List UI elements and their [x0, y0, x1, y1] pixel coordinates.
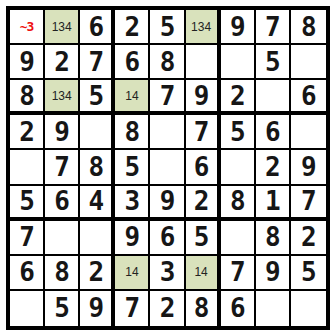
cell-r1c1[interactable]: ~3 — [10, 10, 45, 45]
given-digit: 9 — [230, 14, 245, 40]
cell-r9c6[interactable]: 8 — [186, 291, 221, 326]
given-digit: 2 — [54, 49, 69, 75]
given-digit: 8 — [19, 83, 34, 109]
cell-r4c2[interactable]: 9 — [45, 115, 80, 150]
cell-r7c9[interactable]: 2 — [291, 221, 326, 256]
given-digit: 6 — [230, 295, 245, 321]
given-digit: 7 — [160, 83, 175, 109]
given-digit: 8 — [301, 14, 316, 40]
given-digit: 1 — [265, 188, 280, 214]
given-digit: 6 — [301, 83, 316, 109]
cell-r2c6[interactable] — [186, 45, 221, 80]
candidate-digits: 14 — [125, 90, 138, 102]
given-digit: 6 — [125, 49, 140, 75]
cell-r4c8[interactable]: 6 — [256, 115, 291, 150]
cell-r9c2[interactable]: 5 — [45, 291, 80, 326]
given-digit: 6 — [265, 119, 280, 145]
given-digit: 7 — [19, 224, 34, 250]
candidate-digits: 134 — [191, 21, 211, 33]
given-digit: 9 — [54, 119, 69, 145]
cell-r7c7[interactable] — [221, 221, 256, 256]
cell-r3c7[interactable]: 2 — [221, 80, 256, 115]
cell-r7c2[interactable] — [45, 221, 80, 256]
given-digit: 8 — [125, 119, 140, 145]
cell-r6c2[interactable]: 6 — [45, 186, 80, 221]
given-digit: 9 — [160, 188, 175, 214]
given-digit: 5 — [88, 83, 103, 109]
cell-r7c3[interactable] — [80, 221, 115, 256]
cell-r6c4[interactable]: 3 — [115, 186, 150, 221]
given-digit: 2 — [301, 224, 316, 250]
given-digit: 5 — [160, 14, 175, 40]
cell-r9c4[interactable]: 7 — [115, 291, 150, 326]
given-digit: 3 — [125, 188, 140, 214]
cell-r4c6[interactable]: 7 — [186, 115, 221, 150]
given-digit: 7 — [88, 49, 103, 75]
cell-r6c6[interactable]: 2 — [186, 186, 221, 221]
given-digit: 5 — [230, 119, 245, 145]
cell-r6c3[interactable]: 4 — [80, 186, 115, 221]
cell-r5c6[interactable]: 6 — [186, 150, 221, 185]
given-digit: 8 — [88, 154, 103, 180]
cell-r5c3[interactable]: 8 — [80, 150, 115, 185]
cell-r2c9[interactable] — [291, 45, 326, 80]
cell-r1c9[interactable]: 8 — [291, 10, 326, 45]
cell-r6c5[interactable]: 9 — [150, 186, 185, 221]
cell-r3c8[interactable] — [256, 80, 291, 115]
cell-r4c4[interactable]: 8 — [115, 115, 150, 150]
cell-r2c4[interactable]: 6 — [115, 45, 150, 80]
given-digit: 6 — [54, 188, 69, 214]
cell-r8c5[interactable]: 3 — [150, 256, 185, 291]
given-digit: 4 — [88, 188, 103, 214]
cell-r6c9[interactable]: 7 — [291, 186, 326, 221]
cell-r8c3[interactable]: 2 — [80, 256, 115, 291]
given-digit: 7 — [194, 119, 209, 145]
given-digit: 2 — [265, 154, 280, 180]
cell-r2c8[interactable]: 5 — [256, 45, 291, 80]
given-digit: 2 — [19, 119, 34, 145]
given-digit: 9 — [265, 259, 280, 285]
cell-r3c6[interactable]: 9 — [186, 80, 221, 115]
sudoku-page: ~313462513497892768581345147926298756785… — [0, 0, 336, 336]
given-digit: 9 — [125, 224, 140, 250]
cell-r8c6[interactable]: 14 — [186, 256, 221, 291]
cell-r9c8[interactable] — [256, 291, 291, 326]
candidate-digits: 134 — [52, 21, 72, 33]
given-digit: 7 — [301, 188, 316, 214]
given-digit: 8 — [230, 188, 245, 214]
given-digit: 5 — [301, 259, 316, 285]
given-digit: 5 — [54, 295, 69, 321]
given-digit: 6 — [160, 224, 175, 250]
cell-r8c8[interactable]: 9 — [256, 256, 291, 291]
given-digit: 7 — [265, 14, 280, 40]
given-digit: 8 — [194, 295, 209, 321]
cell-r3c3[interactable]: 5 — [80, 80, 115, 115]
cell-r8c4[interactable]: 14 — [115, 256, 150, 291]
cell-r8c1[interactable]: 6 — [10, 256, 45, 291]
given-digit: 9 — [88, 295, 103, 321]
cell-r2c5[interactable]: 8 — [150, 45, 185, 80]
cell-r3c9[interactable]: 6 — [291, 80, 326, 115]
cell-r7c4[interactable]: 9 — [115, 221, 150, 256]
given-digit: 5 — [265, 49, 280, 75]
cell-r5c4[interactable]: 5 — [115, 150, 150, 185]
cell-r2c7[interactable] — [221, 45, 256, 80]
cell-r5c8[interactable]: 2 — [256, 150, 291, 185]
cell-r4c9[interactable] — [291, 115, 326, 150]
cell-r9c7[interactable]: 6 — [221, 291, 256, 326]
given-digit: 5 — [194, 224, 209, 250]
cell-r8c2[interactable]: 8 — [45, 256, 80, 291]
cell-r8c9[interactable]: 5 — [291, 256, 326, 291]
candidate-digits: 134 — [52, 90, 72, 102]
cell-r7c1[interactable]: 7 — [10, 221, 45, 256]
given-digit: 5 — [19, 188, 34, 214]
cell-r7c5[interactable]: 6 — [150, 221, 185, 256]
cell-r1c3[interactable]: 6 — [80, 10, 115, 45]
cell-r4c1[interactable]: 2 — [10, 115, 45, 150]
cell-r1c4[interactable]: 2 — [115, 10, 150, 45]
cell-r4c5[interactable] — [150, 115, 185, 150]
cell-r2c2[interactable]: 2 — [45, 45, 80, 80]
cell-r3c5[interactable]: 7 — [150, 80, 185, 115]
given-digit: 2 — [160, 295, 175, 321]
given-digit: 9 — [194, 83, 209, 109]
cell-r5c2[interactable]: 7 — [45, 150, 80, 185]
cell-r1c6[interactable]: 134 — [186, 10, 221, 45]
cell-r4c7[interactable]: 5 — [221, 115, 256, 150]
cell-r2c3[interactable]: 7 — [80, 45, 115, 80]
given-digit: 2 — [88, 259, 103, 285]
given-digit: 7 — [125, 295, 140, 321]
pencil-note: ~3 — [20, 20, 34, 33]
given-digit: 6 — [19, 259, 34, 285]
given-digit: 3 — [160, 259, 175, 285]
sudoku-board: ~313462513497892768581345147926298756785… — [6, 6, 330, 330]
cell-r5c5[interactable] — [150, 150, 185, 185]
cell-r5c7[interactable] — [221, 150, 256, 185]
cell-r9c9[interactable] — [291, 291, 326, 326]
cell-r1c8[interactable]: 7 — [256, 10, 291, 45]
cell-r3c2[interactable]: 134 — [45, 80, 80, 115]
cell-r7c6[interactable]: 5 — [186, 221, 221, 256]
cell-r9c5[interactable]: 2 — [150, 291, 185, 326]
given-digit: 9 — [19, 49, 34, 75]
cell-r6c1[interactable]: 5 — [10, 186, 45, 221]
given-digit: 2 — [230, 83, 245, 109]
cell-r7c8[interactable]: 8 — [256, 221, 291, 256]
cell-r5c1[interactable] — [10, 150, 45, 185]
cell-r6c7[interactable]: 8 — [221, 186, 256, 221]
candidate-digits: 14 — [125, 266, 138, 278]
cell-r5c9[interactable]: 9 — [291, 150, 326, 185]
given-digit: 7 — [54, 154, 69, 180]
cell-r3c1[interactable]: 8 — [10, 80, 45, 115]
cell-r1c5[interactable]: 5 — [150, 10, 185, 45]
cell-r3c4[interactable]: 14 — [115, 80, 150, 115]
cell-r1c2[interactable]: 134 — [45, 10, 80, 45]
given-digit: 8 — [54, 259, 69, 285]
candidate-digits: 14 — [194, 266, 207, 278]
given-digit: 2 — [194, 188, 209, 214]
given-digit: 6 — [194, 154, 209, 180]
cell-r9c1[interactable] — [10, 291, 45, 326]
cell-r2c1[interactable]: 9 — [10, 45, 45, 80]
given-digit: 2 — [125, 14, 140, 40]
given-digit: 9 — [301, 154, 316, 180]
cell-r4c3[interactable] — [80, 115, 115, 150]
cell-r1c7[interactable]: 9 — [221, 10, 256, 45]
cell-r6c8[interactable]: 1 — [256, 186, 291, 221]
cell-r9c3[interactable]: 9 — [80, 291, 115, 326]
given-digit: 6 — [88, 14, 103, 40]
given-digit: 5 — [125, 154, 140, 180]
given-digit: 7 — [230, 259, 245, 285]
cell-r8c7[interactable]: 7 — [221, 256, 256, 291]
given-digit: 8 — [265, 224, 280, 250]
given-digit: 8 — [160, 49, 175, 75]
